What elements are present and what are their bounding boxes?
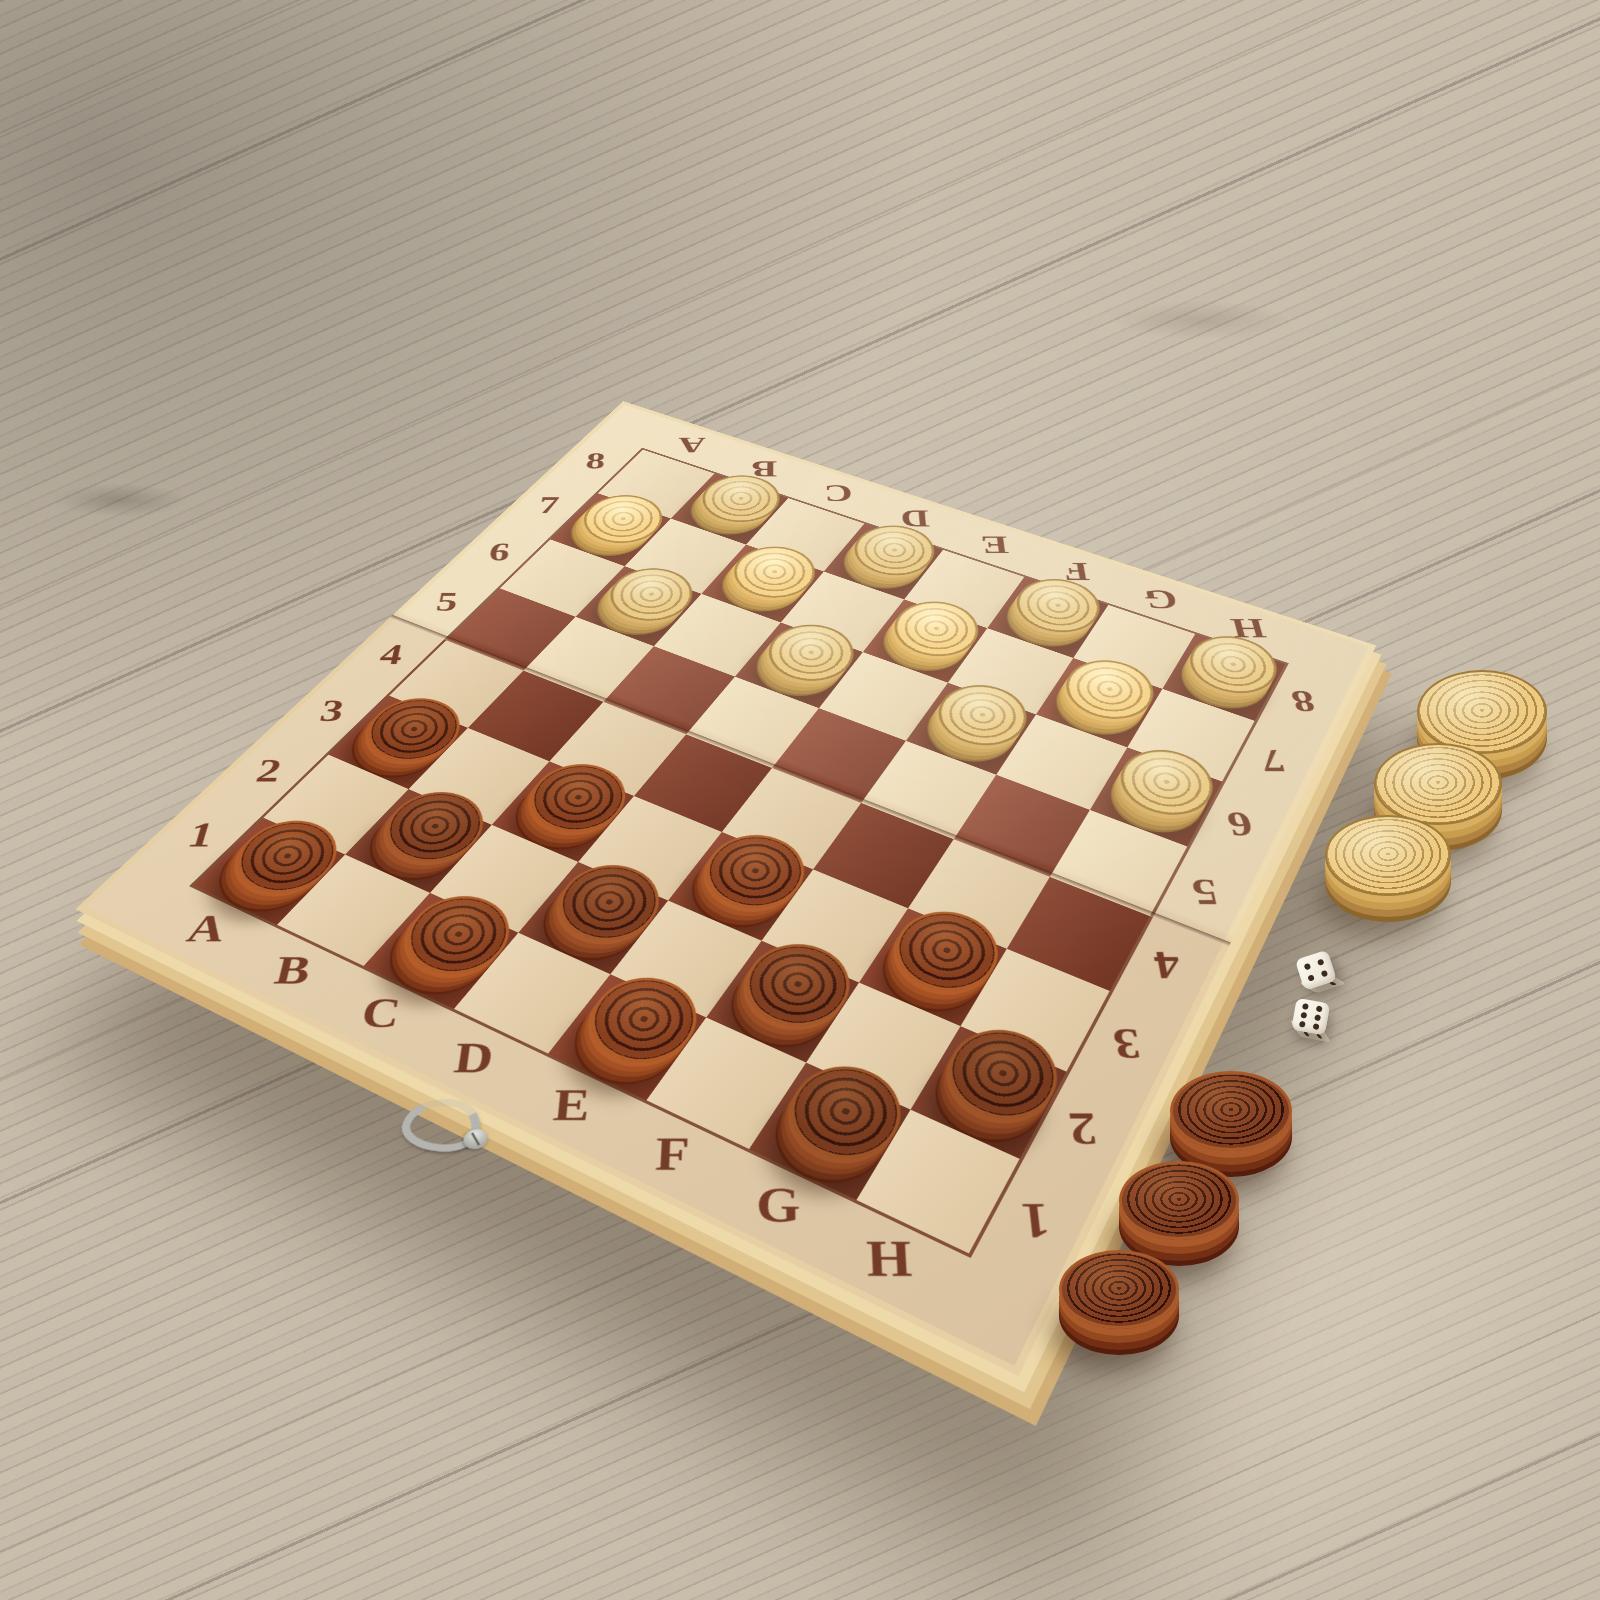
scene: AABBCCDDEEFFGGHH8877665544332211 [0,0,1600,1600]
light-sheen [0,0,1600,1600]
